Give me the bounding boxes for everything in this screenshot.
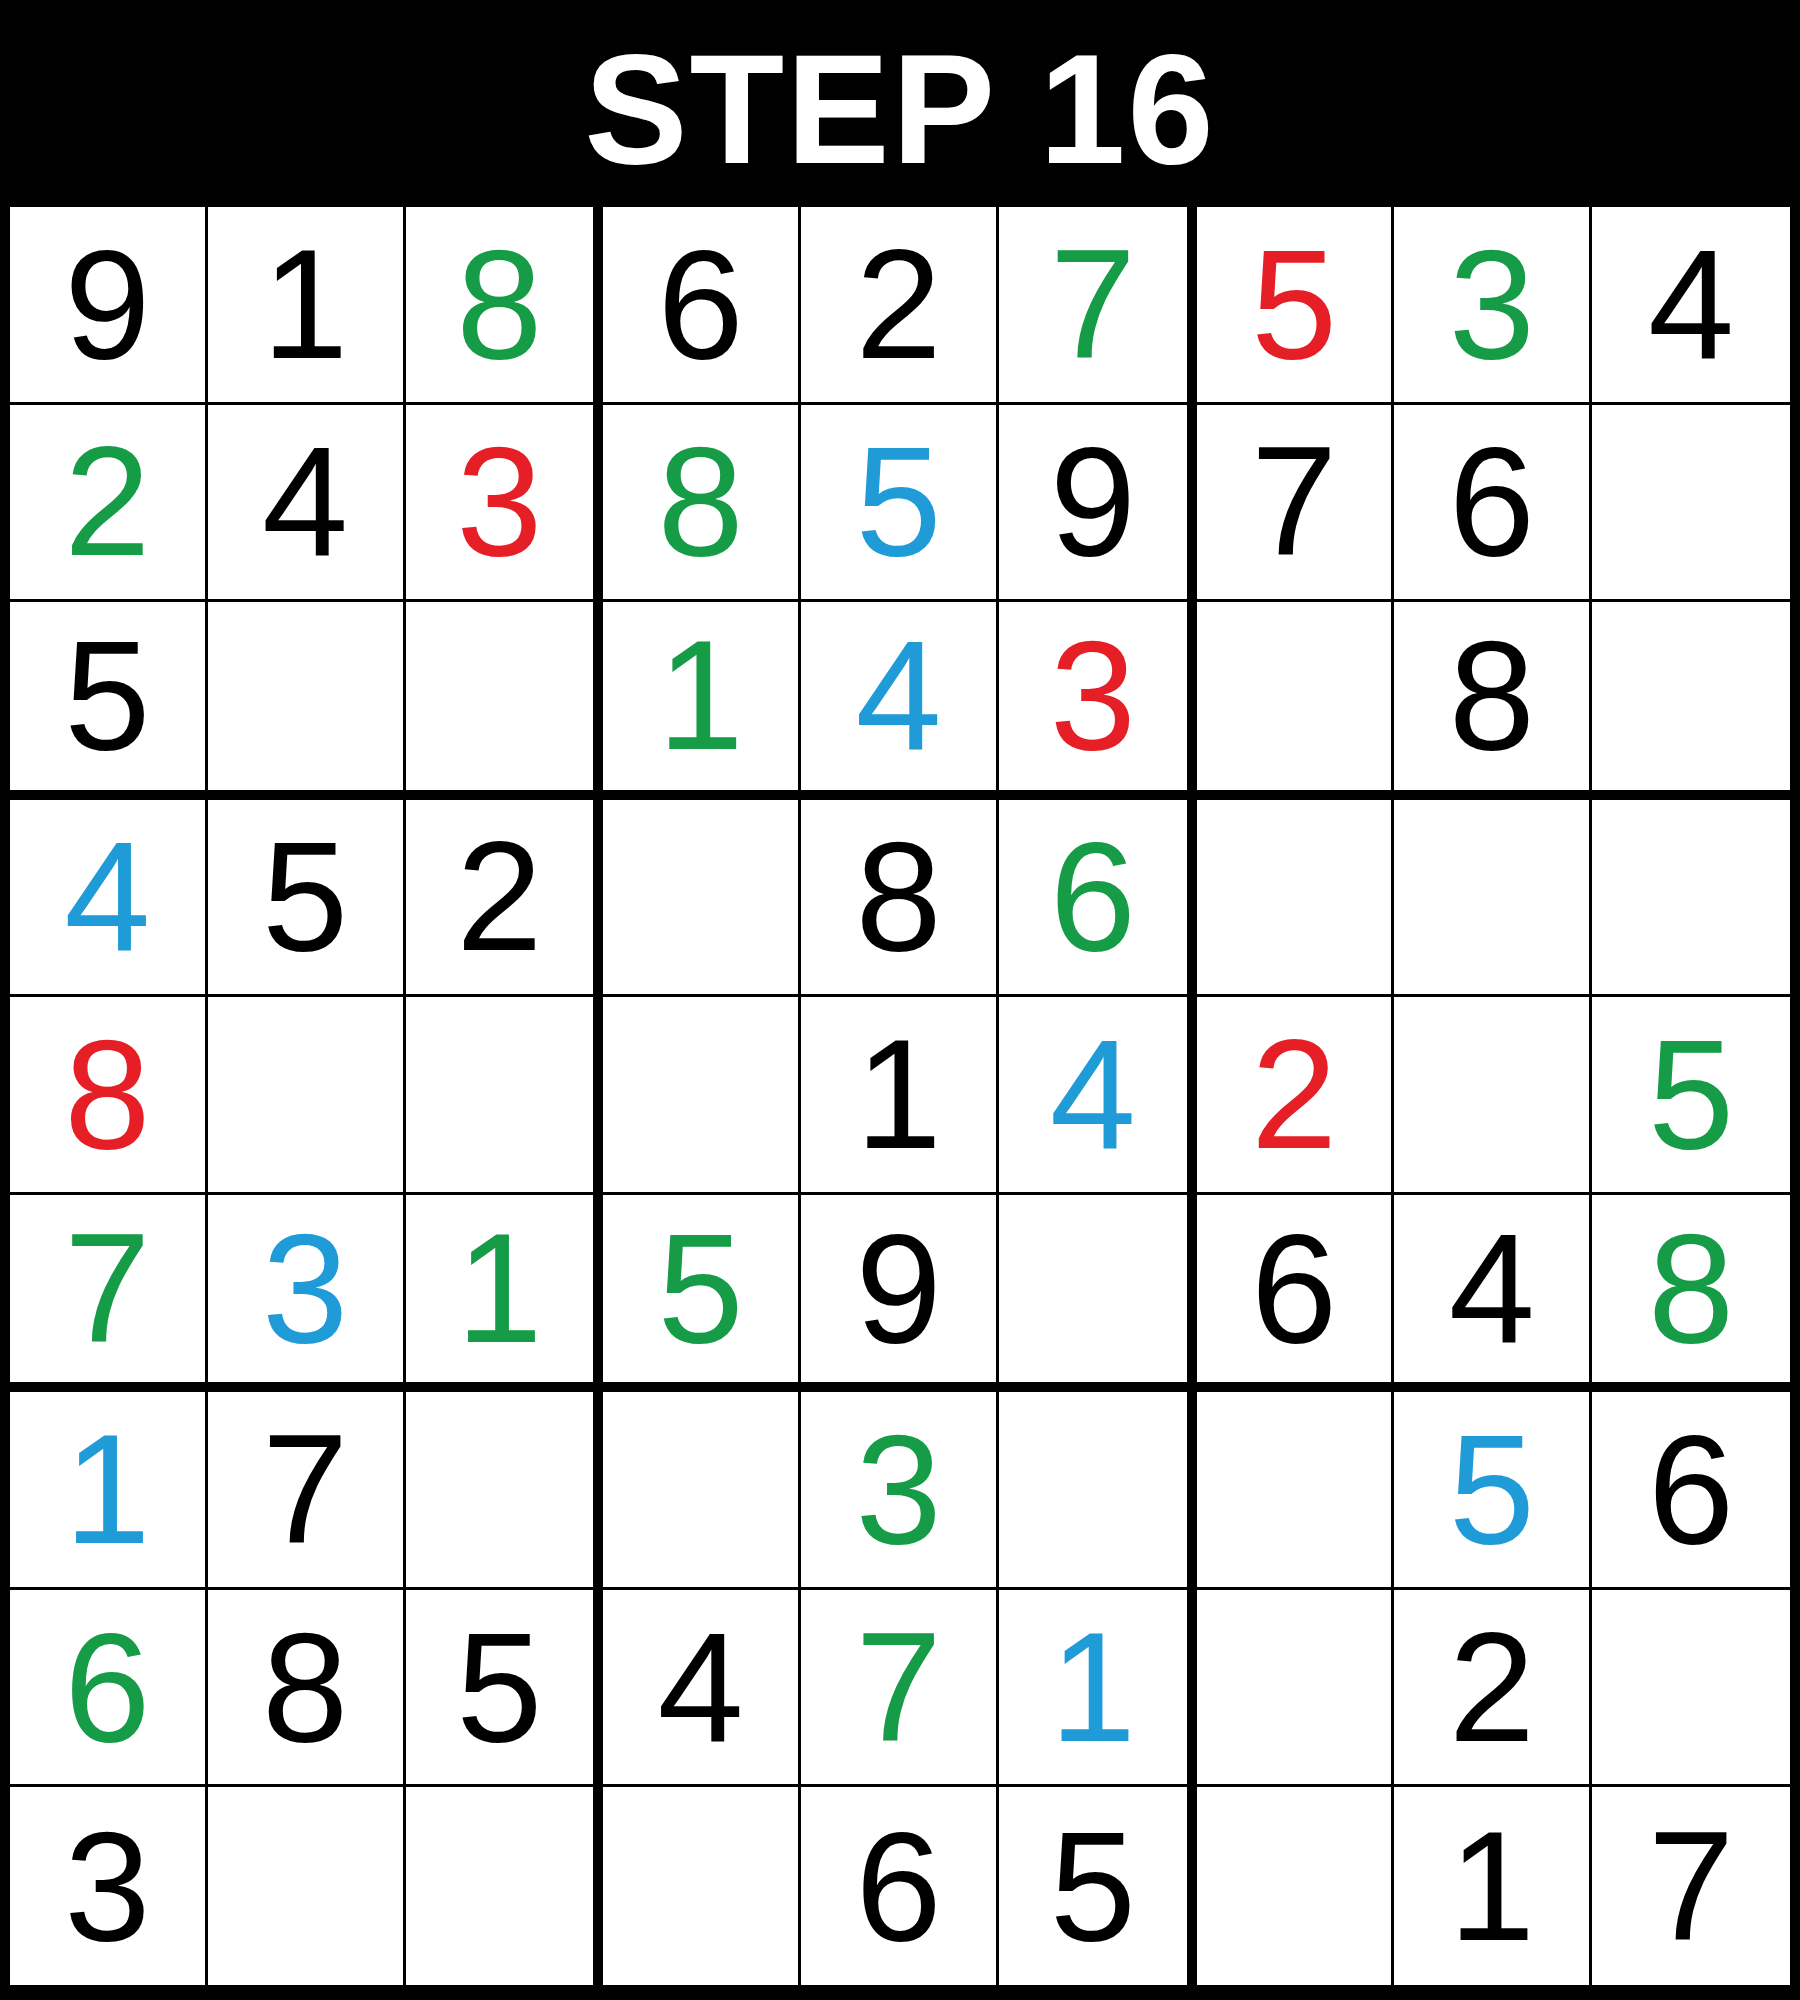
cell-r7c1[interactable]: 1: [10, 1392, 208, 1590]
cell-r1c8[interactable]: 3: [1394, 207, 1592, 405]
cell-r7c6[interactable]: [999, 1392, 1197, 1590]
cell-r9c9[interactable]: 7: [1592, 1787, 1790, 1985]
page-title: STEP 16: [584, 32, 1216, 187]
cell-r8c1[interactable]: 6: [10, 1590, 208, 1788]
cell-r1c9[interactable]: 4: [1592, 207, 1790, 405]
title-banner: STEP 16: [0, 0, 1800, 207]
cell-r3c1[interactable]: 5: [10, 602, 208, 800]
cell-r6c1[interactable]: 7: [10, 1195, 208, 1393]
cell-r4c7[interactable]: [1197, 800, 1395, 998]
cell-r3c5[interactable]: 4: [801, 602, 999, 800]
cell-r2c8[interactable]: 6: [1394, 405, 1592, 603]
cell-r3c4[interactable]: 1: [603, 602, 801, 800]
cell-r8c4[interactable]: 4: [603, 1590, 801, 1788]
sudoku-grid: 9186275342438597651438452868142573159648…: [10, 207, 1790, 1985]
cell-r5c6[interactable]: 4: [999, 997, 1197, 1195]
cell-r3c2[interactable]: [208, 602, 406, 800]
cell-r9c5[interactable]: 6: [801, 1787, 999, 1985]
cell-r1c4[interactable]: 6: [603, 207, 801, 405]
cell-r7c4[interactable]: [603, 1392, 801, 1590]
cell-r4c1[interactable]: 4: [10, 800, 208, 998]
cell-r9c7[interactable]: [1197, 1787, 1395, 1985]
cell-r4c2[interactable]: 5: [208, 800, 406, 998]
cell-r5c9[interactable]: 5: [1592, 997, 1790, 1195]
cell-r7c9[interactable]: 6: [1592, 1392, 1790, 1590]
cell-r7c8[interactable]: 5: [1394, 1392, 1592, 1590]
cell-r9c8[interactable]: 1: [1394, 1787, 1592, 1985]
cell-r1c6[interactable]: 7: [999, 207, 1197, 405]
cell-r6c2[interactable]: 3: [208, 1195, 406, 1393]
cell-r4c4[interactable]: [603, 800, 801, 998]
cell-r8c7[interactable]: [1197, 1590, 1395, 1788]
cell-r1c7[interactable]: 5: [1197, 207, 1395, 405]
cell-r4c6[interactable]: 6: [999, 800, 1197, 998]
cell-r2c6[interactable]: 9: [999, 405, 1197, 603]
cell-r5c2[interactable]: [208, 997, 406, 1195]
cell-r3c9[interactable]: [1592, 602, 1790, 800]
cell-r4c5[interactable]: 8: [801, 800, 999, 998]
cell-r1c1[interactable]: 9: [10, 207, 208, 405]
cell-r9c3[interactable]: [406, 1787, 604, 1985]
cell-r3c7[interactable]: [1197, 602, 1395, 800]
cell-r2c1[interactable]: 2: [10, 405, 208, 603]
cell-r5c8[interactable]: [1394, 997, 1592, 1195]
cell-r8c2[interactable]: 8: [208, 1590, 406, 1788]
cell-r3c8[interactable]: 8: [1394, 602, 1592, 800]
cell-r7c5[interactable]: 3: [801, 1392, 999, 1590]
cell-r5c4[interactable]: [603, 997, 801, 1195]
cell-r6c4[interactable]: 5: [603, 1195, 801, 1393]
cell-r4c8[interactable]: [1394, 800, 1592, 998]
cell-r6c9[interactable]: 8: [1592, 1195, 1790, 1393]
cell-r8c5[interactable]: 7: [801, 1590, 999, 1788]
cell-r6c3[interactable]: 1: [406, 1195, 604, 1393]
cell-r6c5[interactable]: 9: [801, 1195, 999, 1393]
cell-r7c3[interactable]: [406, 1392, 604, 1590]
cell-r2c7[interactable]: 7: [1197, 405, 1395, 603]
cell-r2c3[interactable]: 3: [406, 405, 604, 603]
cell-r4c3[interactable]: 2: [406, 800, 604, 998]
cell-r1c5[interactable]: 2: [801, 207, 999, 405]
cell-r5c7[interactable]: 2: [1197, 997, 1395, 1195]
cell-r9c4[interactable]: [603, 1787, 801, 1985]
cell-r7c7[interactable]: [1197, 1392, 1395, 1590]
cell-r3c6[interactable]: 3: [999, 602, 1197, 800]
cell-r1c3[interactable]: 8: [406, 207, 604, 405]
cell-r2c4[interactable]: 8: [603, 405, 801, 603]
cell-r8c3[interactable]: 5: [406, 1590, 604, 1788]
cell-r2c5[interactable]: 5: [801, 405, 999, 603]
cell-r8c6[interactable]: 1: [999, 1590, 1197, 1788]
cell-r3c3[interactable]: [406, 602, 604, 800]
cell-r8c9[interactable]: [1592, 1590, 1790, 1788]
cell-r1c2[interactable]: 1: [208, 207, 406, 405]
cell-r5c3[interactable]: [406, 997, 604, 1195]
cell-r8c8[interactable]: 2: [1394, 1590, 1592, 1788]
cell-r9c6[interactable]: 5: [999, 1787, 1197, 1985]
cell-r5c1[interactable]: 8: [10, 997, 208, 1195]
cell-r2c2[interactable]: 4: [208, 405, 406, 603]
cell-r6c7[interactable]: 6: [1197, 1195, 1395, 1393]
cell-r6c6[interactable]: [999, 1195, 1197, 1393]
cell-r5c5[interactable]: 1: [801, 997, 999, 1195]
page: STEP 16 91862753424385976514384528681425…: [0, 0, 1800, 2000]
cell-r9c2[interactable]: [208, 1787, 406, 1985]
cell-r2c9[interactable]: [1592, 405, 1790, 603]
cell-r7c2[interactable]: 7: [208, 1392, 406, 1590]
cell-r4c9[interactable]: [1592, 800, 1790, 998]
cell-r9c1[interactable]: 3: [10, 1787, 208, 1985]
cell-r6c8[interactable]: 4: [1394, 1195, 1592, 1393]
